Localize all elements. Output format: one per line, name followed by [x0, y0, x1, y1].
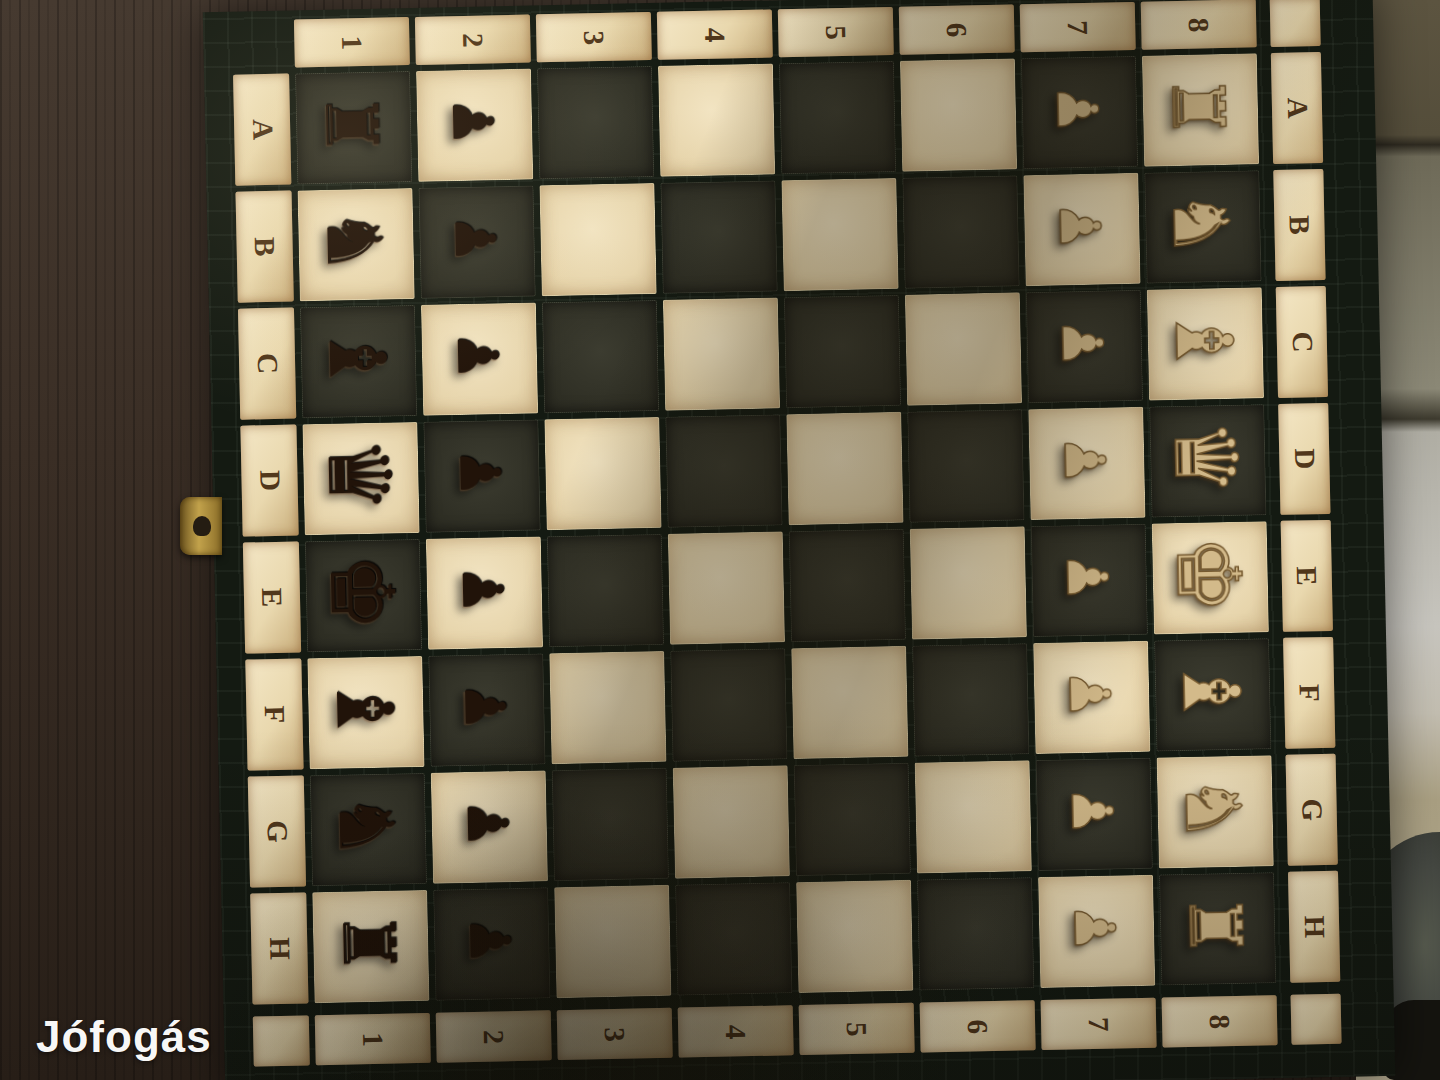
square-b1: ♞ — [297, 188, 414, 301]
square-c5 — [784, 295, 901, 408]
square-c7: ♟ — [1026, 290, 1143, 403]
square-b2: ♟ — [418, 185, 535, 298]
square-d8: ♛ — [1149, 404, 1266, 517]
corner-tile-top-right — [1270, 0, 1321, 47]
black-pawn-h2: ♟ — [461, 914, 518, 965]
square-f6 — [912, 643, 1029, 756]
file-label-right-C: C — [1276, 286, 1328, 398]
square-e2: ♟ — [426, 536, 543, 649]
file-label-left-E: E — [243, 541, 301, 653]
rank-label-top-7-text: 7 — [1063, 19, 1092, 34]
rank-label-bottom-5-text: 5 — [842, 1021, 871, 1036]
square-b8: ♞ — [1144, 170, 1261, 283]
square-a8: ♜ — [1142, 53, 1259, 166]
black-rook-a1: ♜ — [315, 91, 388, 157]
white-king-e8: ♚ — [1163, 534, 1253, 615]
file-label-right-A: A — [1271, 52, 1323, 164]
file-label-left-H: H — [250, 892, 308, 1004]
square-f4 — [670, 648, 787, 761]
black-pawn-a2: ♟ — [444, 96, 501, 147]
file-label-right-F: F — [1283, 637, 1335, 749]
square-g5 — [794, 763, 911, 876]
black-pawn-b2: ♟ — [446, 213, 503, 264]
rank-label-bottom-4-text: 4 — [721, 1024, 750, 1039]
white-pawn-a7: ♟ — [1049, 83, 1106, 134]
white-bishop-f8: ♝ — [1171, 655, 1250, 727]
rank-label-bottom-2-text: 2 — [479, 1029, 508, 1044]
rank-label-top-8-text: 8 — [1184, 17, 1213, 32]
black-pawn-f2: ♟ — [456, 680, 513, 731]
file-label-left-F-text: F — [260, 705, 289, 723]
square-f7: ♟ — [1033, 641, 1150, 754]
square-a7: ♟ — [1021, 56, 1138, 169]
white-rook-a8: ♜ — [1162, 73, 1235, 139]
square-c3 — [542, 300, 659, 413]
square-h3 — [554, 885, 671, 998]
square-e5 — [789, 529, 906, 642]
square-g2: ♟ — [431, 770, 548, 883]
black-pawn-g2: ♟ — [459, 797, 516, 848]
square-a6 — [900, 58, 1017, 171]
square-d4 — [665, 414, 782, 527]
corner-tile-bottom-left — [253, 1015, 310, 1066]
square-h8: ♜ — [1159, 872, 1276, 985]
file-label-left-A-text: A — [247, 119, 276, 141]
rank-label-bottom-5: 5 — [799, 1003, 915, 1055]
file-label-left-C-text: C — [252, 353, 281, 375]
square-d6 — [907, 409, 1024, 522]
corner-tile-bottom-right — [1291, 994, 1342, 1045]
square-h4 — [675, 882, 792, 995]
file-label-right-E-text: E — [1292, 566, 1321, 586]
black-king-e1: ♚ — [317, 551, 407, 632]
square-c1: ♝ — [300, 305, 417, 418]
square-f1: ♝ — [307, 656, 424, 769]
black-pawn-e2: ♟ — [454, 563, 511, 614]
rank-label-bottom-6: 6 — [920, 1000, 1036, 1052]
rank-label-bottom-1: 1 — [315, 1013, 431, 1065]
photo: 1122334455667788AABBCCDDEEFFGGHH♜♟♟♜♞♟♟♞… — [0, 0, 1440, 1080]
square-a1: ♜ — [295, 71, 412, 184]
file-label-right-H: H — [1288, 871, 1340, 983]
square-h2: ♟ — [433, 887, 550, 1000]
file-label-left-F: F — [245, 658, 303, 770]
file-label-right-G-text: G — [1297, 798, 1326, 821]
rank-label-top-4: 4 — [657, 9, 773, 59]
square-g3 — [552, 768, 669, 881]
file-label-right-H-text: H — [1299, 915, 1328, 938]
black-pawn-c2: ♟ — [449, 330, 506, 381]
black-knight-g1: ♞ — [328, 791, 405, 861]
white-pawn-h7: ♟ — [1066, 902, 1123, 953]
file-label-right-B-text: B — [1285, 215, 1314, 235]
rank-label-bottom-6-text: 6 — [963, 1019, 992, 1034]
square-e6 — [910, 526, 1027, 639]
square-a2: ♟ — [416, 69, 533, 182]
square-c6 — [905, 292, 1022, 405]
square-e7: ♟ — [1031, 524, 1148, 637]
white-pawn-e7: ♟ — [1059, 551, 1116, 602]
rank-label-bottom-8-text: 8 — [1205, 1014, 1234, 1029]
white-knight-g8: ♞ — [1174, 773, 1251, 843]
square-c8: ♝ — [1147, 287, 1264, 400]
square-f2: ♟ — [428, 653, 545, 766]
white-pawn-d7: ♟ — [1056, 434, 1113, 485]
rank-label-bottom-1-text: 1 — [358, 1031, 387, 1046]
file-label-right-E: E — [1281, 520, 1333, 632]
file-label-left-B: B — [235, 191, 293, 303]
square-e3 — [547, 534, 664, 647]
square-a5 — [779, 61, 896, 174]
file-label-left-A: A — [233, 74, 291, 186]
rank-label-top-2-text: 2 — [458, 32, 487, 47]
rank-label-bottom-8: 8 — [1162, 995, 1278, 1047]
white-pawn-b7: ♟ — [1051, 200, 1108, 251]
file-label-left-H-text: H — [265, 937, 294, 960]
square-d2: ♟ — [423, 419, 540, 532]
rank-label-bottom-7-text: 7 — [1084, 1016, 1113, 1031]
file-label-right-G: G — [1286, 754, 1338, 866]
square-b3 — [539, 183, 656, 296]
square-b6 — [902, 175, 1019, 288]
square-a4 — [658, 63, 775, 176]
square-g7: ♟ — [1036, 758, 1153, 871]
black-pawn-d2: ♟ — [451, 446, 508, 497]
square-d7: ♟ — [1028, 407, 1145, 520]
white-queen-d8: ♛ — [1162, 418, 1250, 497]
rank-label-top-1-text: 1 — [337, 35, 366, 50]
square-d3 — [544, 417, 661, 530]
white-knight-b8: ♞ — [1162, 188, 1239, 258]
rank-label-top-6-text: 6 — [942, 22, 971, 37]
rank-label-bottom-7: 7 — [1041, 998, 1157, 1050]
square-c2: ♟ — [421, 302, 538, 415]
square-g6 — [915, 760, 1032, 873]
file-label-right-B: B — [1273, 169, 1325, 281]
rank-label-top-2: 2 — [415, 15, 531, 65]
rank-label-bottom-3: 3 — [557, 1008, 673, 1060]
white-pawn-g7: ♟ — [1064, 785, 1121, 836]
black-knight-b1: ♞ — [315, 206, 392, 276]
square-f8: ♝ — [1154, 638, 1271, 751]
file-label-left-D: D — [240, 424, 298, 536]
file-label-right-D-text: D — [1290, 448, 1319, 470]
chess-board: 1122334455667788AABBCCDDEEFFGGHH♜♟♟♜♞♟♟♞… — [203, 0, 1396, 1080]
rank-label-bottom-2: 2 — [436, 1010, 552, 1062]
rank-label-top-5: 5 — [778, 7, 894, 57]
square-b4 — [660, 180, 777, 293]
square-f3 — [549, 651, 666, 764]
rank-label-top-3-text: 3 — [579, 30, 608, 45]
square-h1: ♜ — [312, 890, 429, 1003]
brass-clasp — [180, 497, 222, 555]
white-bishop-c8: ♝ — [1164, 304, 1243, 376]
square-b7: ♟ — [1023, 173, 1140, 286]
rank-label-top-4-text: 4 — [700, 27, 729, 42]
white-rook-h8: ♜ — [1179, 892, 1252, 958]
square-h5 — [796, 880, 913, 993]
rank-label-bottom-3-text: 3 — [600, 1026, 629, 1041]
file-label-left-C: C — [238, 308, 296, 420]
file-label-right-C-text: C — [1287, 331, 1316, 353]
square-g1: ♞ — [310, 773, 427, 886]
square-f5 — [791, 646, 908, 759]
square-h6 — [917, 877, 1034, 990]
black-bishop-f1: ♝ — [324, 673, 403, 745]
square-a3 — [537, 66, 654, 179]
rank-label-top-8: 8 — [1141, 0, 1257, 50]
file-label-left-G-text: G — [262, 820, 291, 843]
square-e4 — [668, 531, 785, 644]
board-grid: 1122334455667788AABBCCDDEEFFGGHH♜♟♟♜♞♟♟♞… — [203, 0, 1396, 1080]
watermark: Jófogás — [36, 1012, 212, 1062]
square-e8: ♚ — [1152, 521, 1269, 634]
rank-label-top-3: 3 — [536, 12, 652, 62]
square-g8: ♞ — [1157, 755, 1274, 868]
square-d1: ♛ — [302, 422, 419, 535]
square-g4 — [673, 765, 790, 878]
rank-label-top-6: 6 — [899, 4, 1015, 54]
black-bishop-c1: ♝ — [317, 322, 396, 394]
file-label-left-D-text: D — [255, 470, 284, 492]
white-pawn-f7: ♟ — [1061, 668, 1118, 719]
square-e1: ♚ — [305, 539, 422, 652]
black-rook-h1: ♜ — [332, 910, 405, 976]
white-pawn-c7: ♟ — [1054, 317, 1111, 368]
square-h7: ♟ — [1038, 875, 1155, 988]
file-label-right-A-text: A — [1282, 97, 1311, 119]
rank-label-top-1: 1 — [294, 17, 410, 67]
square-d5 — [786, 412, 903, 525]
file-label-left-E-text: E — [257, 588, 286, 608]
rank-label-bottom-4: 4 — [678, 1005, 794, 1057]
file-label-right-D: D — [1278, 403, 1330, 515]
file-label-left-B-text: B — [250, 237, 279, 257]
rank-label-top-7: 7 — [1020, 2, 1136, 52]
square-b5 — [781, 178, 898, 291]
black-queen-d1: ♛ — [315, 435, 403, 514]
file-label-right-F-text: F — [1295, 684, 1324, 702]
file-label-left-G: G — [248, 775, 306, 887]
rank-label-top-5-text: 5 — [821, 25, 850, 40]
square-c4 — [663, 297, 780, 410]
